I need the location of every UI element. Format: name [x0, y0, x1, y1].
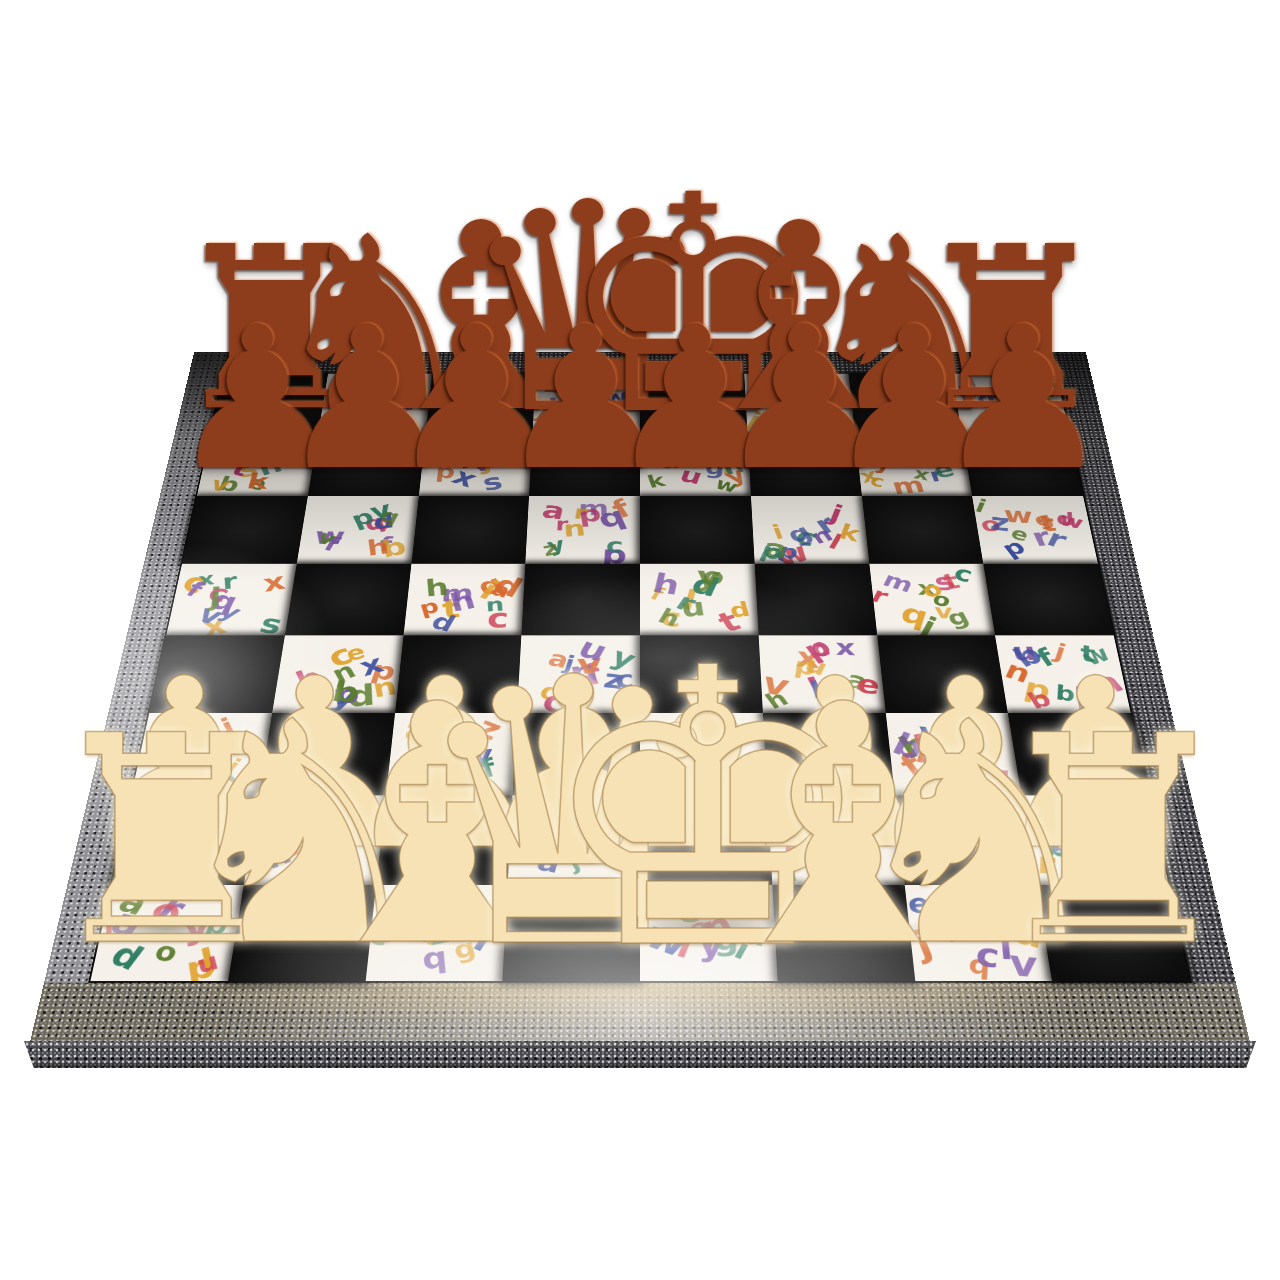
letter-print-glyph: t: [939, 570, 963, 593]
letter-print-glyph: s: [930, 569, 958, 594]
letter-print-glyph: v: [933, 601, 953, 621]
letter-print-glyph: f: [182, 578, 208, 600]
letter-print-glyph: o: [931, 590, 952, 610]
letter-print-glyph: q: [898, 599, 932, 630]
letter-print-glyph: o: [374, 514, 392, 533]
dark-pawn-h7[interactable]: ♟: [934, 301, 1111, 498]
letter-print-glyph: x: [917, 578, 937, 599]
letter-print-glyph: r: [809, 511, 841, 538]
letter-print-glyph: p: [776, 541, 801, 563]
letter-print-glyph: z: [540, 539, 561, 560]
letter-print-glyph: h: [366, 536, 390, 560]
letter-print-glyph: c: [604, 535, 624, 556]
letter-print-glyph: q: [207, 587, 242, 615]
letter-print-glyph: f: [321, 534, 343, 555]
letter-print-glyph: e: [1009, 525, 1031, 545]
letter-print-glyph: y: [545, 535, 568, 556]
letter-print-glyph: x: [198, 570, 215, 589]
letter-print-glyph: o: [917, 578, 946, 601]
letter-print-glyph: r: [555, 515, 569, 533]
letter-print-glyph: p: [998, 536, 1030, 560]
letter-print-glyph: c: [791, 524, 821, 551]
letter-print-glyph: m: [880, 569, 917, 596]
chess-photo-scene: chess cfelgiivlulbkkpkwbazbwjwlrmxvpsvzb…: [0, 0, 1280, 1280]
letter-print-glyph: c: [176, 568, 214, 598]
letter-print-glyph: a: [762, 536, 789, 563]
letter-print-glyph: p: [758, 540, 787, 564]
letter-print-glyph: g: [944, 606, 973, 630]
letter-print-glyph: q: [474, 572, 509, 600]
square-g5[interactable]: xstmgorvqcjo: [869, 563, 995, 635]
letter-print-glyph: j: [208, 584, 222, 609]
board-front-edge: [24, 1041, 1256, 1068]
letter-print-glyph: d: [489, 571, 526, 602]
letter-print-glyph: l: [825, 532, 845, 554]
letter-print-glyph: v: [314, 528, 341, 549]
letter-print-glyph: g: [782, 521, 817, 547]
letter-print-glyph: w: [313, 524, 347, 547]
letter-print-glyph: w: [768, 538, 815, 563]
letter-print-glyph: r: [1043, 526, 1070, 553]
letter-print-glyph: i: [769, 522, 786, 543]
letter-print-glyph: n: [562, 517, 586, 540]
letter-print-glyph: r: [222, 570, 238, 593]
letter-print-glyph: y: [215, 600, 245, 624]
letter-print-glyph: q: [362, 512, 388, 534]
letter-print-glyph: f: [378, 534, 393, 554]
letter-print-glyph: c: [951, 563, 975, 586]
letter-print-glyph: o: [699, 564, 728, 590]
letter-print-glyph: r: [1027, 525, 1055, 551]
letter-print-glyph: o: [978, 514, 1003, 534]
letter-print-glyph: t: [1036, 512, 1059, 535]
letter-print-glyph: b: [379, 534, 409, 561]
letter-print-glyph: k: [836, 521, 862, 545]
letter-print-glyph: x: [261, 569, 286, 596]
square-a5[interactable]: xvcyqcjxrfsx: [166, 563, 296, 635]
letter-print-glyph: p: [601, 542, 627, 563]
square-b5[interactable]: [285, 563, 411, 635]
letter-print-glyph: n: [807, 524, 837, 547]
letter-print-glyph: a: [488, 579, 514, 600]
letter-print-glyph: h: [425, 576, 450, 601]
square-h5[interactable]: [983, 563, 1113, 635]
letter-print-glyph: v: [193, 601, 228, 629]
letter-print-glyph: c: [204, 581, 235, 607]
light-rook-h1[interactable]: ♜: [985, 698, 1243, 985]
